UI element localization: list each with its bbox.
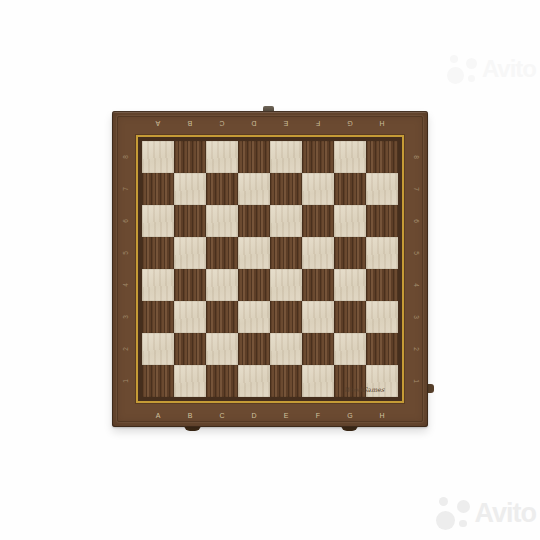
square-a3 <box>142 301 174 333</box>
board-grid <box>142 141 398 397</box>
square-b4 <box>174 269 206 301</box>
square-h2 <box>366 333 398 365</box>
file-labels-top: ABCDEFGH <box>142 118 398 130</box>
square-b5 <box>174 237 206 269</box>
square-e7 <box>270 173 302 205</box>
square-e2 <box>270 333 302 365</box>
square-e6 <box>270 205 302 237</box>
square-f5 <box>302 237 334 269</box>
square-a1 <box>142 365 174 397</box>
square-f4 <box>302 269 334 301</box>
square-b3 <box>174 301 206 333</box>
product-photo: Avito Avito ABCDEFGH ABCDEFGH 87654321 8… <box>0 0 540 540</box>
square-c2 <box>206 333 238 365</box>
square-h6 <box>366 205 398 237</box>
square-g1 <box>334 365 366 397</box>
square-g4 <box>334 269 366 301</box>
square-e8 <box>270 141 302 173</box>
square-c6 <box>206 205 238 237</box>
square-a8 <box>142 141 174 173</box>
watermark-top: Avito <box>447 54 536 84</box>
square-a2 <box>142 333 174 365</box>
square-d6 <box>238 205 270 237</box>
square-d7 <box>238 173 270 205</box>
square-d8 <box>238 141 270 173</box>
square-h8 <box>366 141 398 173</box>
square-f1 <box>302 365 334 397</box>
square-a5 <box>142 237 174 269</box>
square-c5 <box>206 237 238 269</box>
square-f6 <box>302 205 334 237</box>
square-c1 <box>206 365 238 397</box>
rank-labels-right: 87654321 <box>410 141 421 397</box>
rank-labels-left: 87654321 <box>120 141 131 397</box>
square-c7 <box>206 173 238 205</box>
square-b2 <box>174 333 206 365</box>
square-d1 <box>238 365 270 397</box>
square-g3 <box>334 301 366 333</box>
square-d5 <box>238 237 270 269</box>
square-h5 <box>366 237 398 269</box>
square-f8 <box>302 141 334 173</box>
square-b6 <box>174 205 206 237</box>
square-g8 <box>334 141 366 173</box>
square-e1 <box>270 365 302 397</box>
square-h1 <box>366 365 398 397</box>
square-g6 <box>334 205 366 237</box>
square-c3 <box>206 301 238 333</box>
square-c8 <box>206 141 238 173</box>
square-a7 <box>142 173 174 205</box>
watermark-text: Avito <box>475 498 537 529</box>
square-g7 <box>334 173 366 205</box>
square-a4 <box>142 269 174 301</box>
square-h7 <box>366 173 398 205</box>
chess-board: ABCDEFGH ABCDEFGH 87654321 87654321 Wood… <box>112 111 428 427</box>
watermark-bottom: Avito <box>436 496 537 530</box>
square-b1 <box>174 365 206 397</box>
square-e4 <box>270 269 302 301</box>
square-d3 <box>238 301 270 333</box>
square-f2 <box>302 333 334 365</box>
square-b8 <box>174 141 206 173</box>
avito-logo-icon <box>447 54 477 84</box>
avito-logo-icon <box>436 496 470 530</box>
square-h4 <box>366 269 398 301</box>
square-f7 <box>302 173 334 205</box>
square-e3 <box>270 301 302 333</box>
square-b7 <box>174 173 206 205</box>
square-g2 <box>334 333 366 365</box>
square-d2 <box>238 333 270 365</box>
watermark-text: Avito <box>482 55 536 83</box>
square-c4 <box>206 269 238 301</box>
square-h3 <box>366 301 398 333</box>
square-f3 <box>302 301 334 333</box>
square-d4 <box>238 269 270 301</box>
file-labels-bottom: ABCDEFGH <box>142 409 398 421</box>
square-e5 <box>270 237 302 269</box>
square-a6 <box>142 205 174 237</box>
square-g5 <box>334 237 366 269</box>
